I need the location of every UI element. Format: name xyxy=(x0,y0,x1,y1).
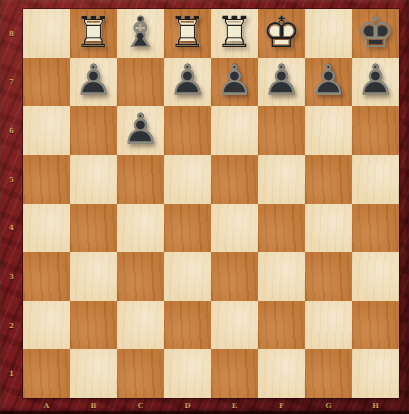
square-c6[interactable]: ♟♙ xyxy=(117,106,164,155)
square-b7[interactable]: ♟♙ xyxy=(70,58,117,107)
piece-black-pawn-e7[interactable]: ♟♙ xyxy=(211,58,258,107)
file-label-a: A xyxy=(23,398,70,412)
piece-black-pawn-b7[interactable]: ♟♙ xyxy=(70,58,117,107)
square-g7[interactable]: ♟♙ xyxy=(305,58,352,107)
square-a4[interactable] xyxy=(23,204,70,253)
square-c4[interactable] xyxy=(117,204,164,253)
square-b4[interactable] xyxy=(70,204,117,253)
square-b5[interactable] xyxy=(70,155,117,204)
white-king-outline: ♔ xyxy=(262,11,301,54)
square-f3[interactable] xyxy=(258,252,305,301)
square-f2[interactable] xyxy=(258,301,305,350)
square-h3[interactable] xyxy=(352,252,399,301)
square-c8[interactable]: ♝♗ xyxy=(117,9,164,58)
square-d3[interactable] xyxy=(164,252,211,301)
square-a7[interactable] xyxy=(23,58,70,107)
rank-label-7: 7 xyxy=(0,58,23,107)
square-g6[interactable] xyxy=(305,106,352,155)
square-f7[interactable]: ♟♙ xyxy=(258,58,305,107)
square-e4[interactable] xyxy=(211,204,258,253)
chess-board[interactable]: ♜♖♝♗♜♖♜♖♚♔♚♔♟♙♟♙♟♙♟♙♟♙♟♙♟♙ xyxy=(23,9,399,398)
square-b1[interactable] xyxy=(70,349,117,398)
rank-label-5: 5 xyxy=(0,155,23,204)
black-pawn-outline: ♙ xyxy=(121,108,160,151)
piece-white-rook-e8[interactable]: ♜♖ xyxy=(211,9,258,58)
square-f6[interactable] xyxy=(258,106,305,155)
square-a2[interactable] xyxy=(23,301,70,350)
square-c1[interactable] xyxy=(117,349,164,398)
rank-label-2: 2 xyxy=(0,301,23,350)
square-a8[interactable] xyxy=(23,9,70,58)
piece-white-king-f8[interactable]: ♚♔ xyxy=(258,9,305,58)
square-c3[interactable] xyxy=(117,252,164,301)
white-rook-outline: ♖ xyxy=(215,11,254,54)
square-a6[interactable] xyxy=(23,106,70,155)
piece-white-rook-d8[interactable]: ♜♖ xyxy=(164,9,211,58)
file-label-e: E xyxy=(211,398,258,412)
square-h6[interactable] xyxy=(352,106,399,155)
file-label-d: D xyxy=(164,398,211,412)
piece-black-pawn-h7[interactable]: ♟♙ xyxy=(352,58,399,107)
white-rook-outline: ♖ xyxy=(74,11,113,54)
rank-label-1: 1 xyxy=(0,349,23,398)
square-e2[interactable] xyxy=(211,301,258,350)
square-g4[interactable] xyxy=(305,204,352,253)
square-e5[interactable] xyxy=(211,155,258,204)
square-g5[interactable] xyxy=(305,155,352,204)
board-frame: 87654321 ABCDEFGH ♜♖♝♗♜♖♜♖♚♔♚♔♟♙♟♙♟♙♟♙♟♙… xyxy=(0,0,409,414)
piece-black-bishop-c8[interactable]: ♝♗ xyxy=(117,9,164,58)
square-f1[interactable] xyxy=(258,349,305,398)
file-label-f: F xyxy=(258,398,305,412)
piece-white-rook-b8[interactable]: ♜♖ xyxy=(70,9,117,58)
square-h8[interactable]: ♚♔ xyxy=(352,9,399,58)
square-d7[interactable]: ♟♙ xyxy=(164,58,211,107)
square-a1[interactable] xyxy=(23,349,70,398)
square-e6[interactable] xyxy=(211,106,258,155)
square-d1[interactable] xyxy=(164,349,211,398)
square-g3[interactable] xyxy=(305,252,352,301)
black-pawn-outline: ♙ xyxy=(74,59,113,102)
file-label-b: B xyxy=(70,398,117,412)
square-c5[interactable] xyxy=(117,155,164,204)
square-f4[interactable] xyxy=(258,204,305,253)
square-h2[interactable] xyxy=(352,301,399,350)
square-c7[interactable] xyxy=(117,58,164,107)
square-d2[interactable] xyxy=(164,301,211,350)
file-labels: ABCDEFGH xyxy=(23,398,399,412)
square-d5[interactable] xyxy=(164,155,211,204)
square-b6[interactable] xyxy=(70,106,117,155)
piece-black-pawn-d7[interactable]: ♟♙ xyxy=(164,58,211,107)
black-king-outline: ♔ xyxy=(356,11,395,54)
square-a3[interactable] xyxy=(23,252,70,301)
square-h7[interactable]: ♟♙ xyxy=(352,58,399,107)
square-e1[interactable] xyxy=(211,349,258,398)
square-g2[interactable] xyxy=(305,301,352,350)
square-d8[interactable]: ♜♖ xyxy=(164,9,211,58)
square-f5[interactable] xyxy=(258,155,305,204)
black-pawn-outline: ♙ xyxy=(168,59,207,102)
square-e8[interactable]: ♜♖ xyxy=(211,9,258,58)
black-pawn-outline: ♙ xyxy=(356,59,395,102)
white-rook-outline: ♖ xyxy=(168,11,207,54)
square-c2[interactable] xyxy=(117,301,164,350)
square-e3[interactable] xyxy=(211,252,258,301)
square-g1[interactable] xyxy=(305,349,352,398)
black-pawn-outline: ♙ xyxy=(309,59,348,102)
square-d6[interactable] xyxy=(164,106,211,155)
rank-label-6: 6 xyxy=(0,106,23,155)
piece-black-pawn-f7[interactable]: ♟♙ xyxy=(258,58,305,107)
square-b8[interactable]: ♜♖ xyxy=(70,9,117,58)
square-a5[interactable] xyxy=(23,155,70,204)
square-b3[interactable] xyxy=(70,252,117,301)
piece-black-pawn-c6[interactable]: ♟♙ xyxy=(117,106,164,155)
square-e7[interactable]: ♟♙ xyxy=(211,58,258,107)
file-label-h: H xyxy=(352,398,399,412)
black-bishop-outline: ♗ xyxy=(121,11,160,54)
square-d4[interactable] xyxy=(164,204,211,253)
rank-label-4: 4 xyxy=(0,204,23,253)
square-b2[interactable] xyxy=(70,301,117,350)
square-h5[interactable] xyxy=(352,155,399,204)
rank-labels: 87654321 xyxy=(0,9,23,398)
square-g8[interactable] xyxy=(305,9,352,58)
rank-label-8: 8 xyxy=(0,9,23,58)
file-label-c: C xyxy=(117,398,164,412)
square-f8[interactable]: ♚♔ xyxy=(258,9,305,58)
black-pawn-outline: ♙ xyxy=(262,59,301,102)
square-h4[interactable] xyxy=(352,204,399,253)
black-pawn-outline: ♙ xyxy=(215,59,254,102)
piece-black-pawn-g7[interactable]: ♟♙ xyxy=(305,58,352,107)
square-h1[interactable] xyxy=(352,349,399,398)
file-label-g: G xyxy=(305,398,352,412)
piece-black-king-h8[interactable]: ♚♔ xyxy=(352,9,399,58)
rank-label-3: 3 xyxy=(0,252,23,301)
